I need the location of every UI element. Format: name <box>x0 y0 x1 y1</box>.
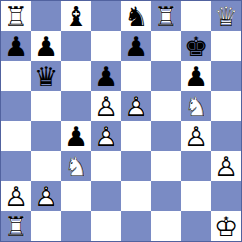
white-pawn-icon[interactable]: ♙ <box>211 151 241 181</box>
white-rook-fill: ♜ <box>1 211 31 241</box>
white-pawn-fill: ♟ <box>1 181 31 211</box>
square-h7[interactable] <box>211 31 241 61</box>
square-g7[interactable]: ♚ <box>181 31 211 61</box>
square-e8[interactable]: ♞ <box>121 1 151 31</box>
square-d3[interactable] <box>91 151 121 181</box>
white-knight-fill: ♞ <box>181 91 211 121</box>
white-knight-icon[interactable]: ♘ <box>181 91 211 121</box>
square-c6[interactable] <box>61 61 91 91</box>
square-d7[interactable] <box>91 31 121 61</box>
white-king-fill: ♚ <box>211 211 241 241</box>
square-e6[interactable] <box>121 61 151 91</box>
square-g4[interactable]: ♟♙ <box>181 121 211 151</box>
square-b4[interactable] <box>31 121 61 151</box>
white-pawn-fill: ♟ <box>181 121 211 151</box>
square-e2[interactable] <box>121 181 151 211</box>
square-a8[interactable]: ♜♖ <box>1 1 31 31</box>
white-rook-icon[interactable]: ♖ <box>1 211 31 241</box>
white-queen-icon[interactable]: ♕ <box>211 1 241 31</box>
square-d8[interactable] <box>91 1 121 31</box>
square-e5[interactable]: ♟♙ <box>121 91 151 121</box>
square-f4[interactable] <box>151 121 181 151</box>
white-knight-icon[interactable]: ♘ <box>61 151 91 181</box>
white-queen-fill: ♛ <box>211 1 241 31</box>
square-d1[interactable] <box>91 211 121 241</box>
square-b5[interactable] <box>31 91 61 121</box>
black-knight-icon[interactable]: ♞ <box>121 1 151 31</box>
black-pawn-icon[interactable]: ♟ <box>181 61 211 91</box>
square-h3[interactable]: ♟♙ <box>211 151 241 181</box>
chess-board: ♜♖♝♞♜♖♛♕♟♟♟♚♛♟♟♟♙♟♙♞♘♟♟♙♟♙♞♘♟♙♟♙♟♙♜♖♚♔ <box>1 1 241 241</box>
black-queen-icon[interactable]: ♛ <box>31 61 61 91</box>
square-h8[interactable]: ♛♕ <box>211 1 241 31</box>
white-knight-fill: ♞ <box>61 151 91 181</box>
black-pawn-icon[interactable]: ♟ <box>61 121 91 151</box>
white-pawn-fill: ♟ <box>211 151 241 181</box>
black-king-icon[interactable]: ♚ <box>181 31 211 61</box>
square-h6[interactable] <box>211 61 241 91</box>
square-c5[interactable] <box>61 91 91 121</box>
square-g1[interactable] <box>181 211 211 241</box>
square-a7[interactable]: ♟ <box>1 31 31 61</box>
square-g3[interactable] <box>181 151 211 181</box>
square-d5[interactable]: ♟♙ <box>91 91 121 121</box>
black-pawn-icon[interactable]: ♟ <box>31 31 61 61</box>
square-h2[interactable] <box>211 181 241 211</box>
square-h5[interactable] <box>211 91 241 121</box>
square-f8[interactable]: ♜♖ <box>151 1 181 31</box>
square-a3[interactable] <box>1 151 31 181</box>
square-c4[interactable]: ♟ <box>61 121 91 151</box>
white-pawn-fill: ♟ <box>31 181 61 211</box>
white-pawn-fill: ♟ <box>91 91 121 121</box>
white-rook-icon[interactable]: ♖ <box>1 1 31 31</box>
square-d2[interactable] <box>91 181 121 211</box>
square-f5[interactable] <box>151 91 181 121</box>
square-c7[interactable] <box>61 31 91 61</box>
square-e1[interactable] <box>121 211 151 241</box>
square-f7[interactable] <box>151 31 181 61</box>
white-pawn-icon[interactable]: ♙ <box>91 91 121 121</box>
square-h4[interactable] <box>211 121 241 151</box>
square-c8[interactable]: ♝ <box>61 1 91 31</box>
square-b7[interactable]: ♟ <box>31 31 61 61</box>
square-g2[interactable] <box>181 181 211 211</box>
square-b6[interactable]: ♛ <box>31 61 61 91</box>
square-a4[interactable] <box>1 121 31 151</box>
white-rook-icon[interactable]: ♖ <box>151 1 181 31</box>
square-d6[interactable]: ♟ <box>91 61 121 91</box>
square-e3[interactable] <box>121 151 151 181</box>
square-b8[interactable] <box>31 1 61 31</box>
square-a2[interactable]: ♟♙ <box>1 181 31 211</box>
square-a5[interactable] <box>1 91 31 121</box>
square-c2[interactable] <box>61 181 91 211</box>
square-c1[interactable] <box>61 211 91 241</box>
black-pawn-icon[interactable]: ♟ <box>121 31 151 61</box>
white-pawn-icon[interactable]: ♙ <box>1 181 31 211</box>
white-pawn-icon[interactable]: ♙ <box>91 121 121 151</box>
black-pawn-icon[interactable]: ♟ <box>1 31 31 61</box>
square-d4[interactable]: ♟♙ <box>91 121 121 151</box>
square-h1[interactable]: ♚♔ <box>211 211 241 241</box>
white-pawn-fill: ♟ <box>91 121 121 151</box>
square-g8[interactable] <box>181 1 211 31</box>
black-bishop-icon[interactable]: ♝ <box>61 1 91 31</box>
square-e7[interactable]: ♟ <box>121 31 151 61</box>
square-g5[interactable]: ♞♘ <box>181 91 211 121</box>
square-f3[interactable] <box>151 151 181 181</box>
square-f2[interactable] <box>151 181 181 211</box>
white-king-icon[interactable]: ♔ <box>211 211 241 241</box>
square-b1[interactable] <box>31 211 61 241</box>
square-b2[interactable]: ♟♙ <box>31 181 61 211</box>
white-pawn-fill: ♟ <box>121 91 151 121</box>
square-a6[interactable] <box>1 61 31 91</box>
white-rook-fill: ♜ <box>1 1 31 31</box>
square-e4[interactable] <box>121 121 151 151</box>
square-f6[interactable] <box>151 61 181 91</box>
square-b3[interactable] <box>31 151 61 181</box>
white-pawn-icon[interactable]: ♙ <box>31 181 61 211</box>
black-pawn-icon[interactable]: ♟ <box>91 61 121 91</box>
square-a1[interactable]: ♜♖ <box>1 211 31 241</box>
white-rook-fill: ♜ <box>151 1 181 31</box>
square-c3[interactable]: ♞♘ <box>61 151 91 181</box>
square-g6[interactable]: ♟ <box>181 61 211 91</box>
chess-board-frame: ♜♖♝♞♜♖♛♕♟♟♟♚♛♟♟♟♙♟♙♞♘♟♟♙♟♙♞♘♟♙♟♙♟♙♜♖♚♔ <box>0 0 242 242</box>
square-f1[interactable] <box>151 211 181 241</box>
white-pawn-icon[interactable]: ♙ <box>121 91 151 121</box>
white-pawn-icon[interactable]: ♙ <box>181 121 211 151</box>
